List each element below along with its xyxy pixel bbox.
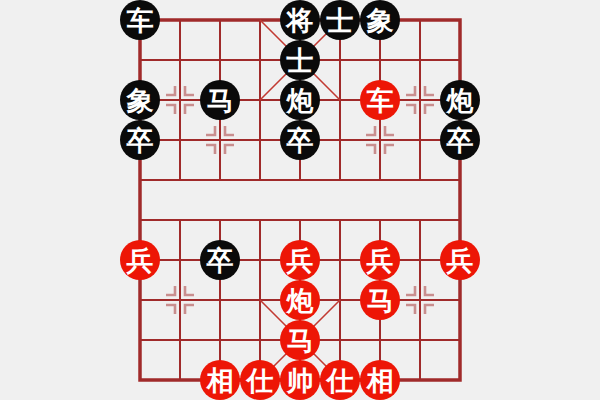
- black-advisor[interactable]: 士: [280, 40, 320, 80]
- red-cannon[interactable]: 炮: [280, 280, 320, 320]
- black-cannon[interactable]: 炮: [280, 80, 320, 120]
- red-soldier[interactable]: 兵: [280, 240, 320, 280]
- black-cannon[interactable]: 炮: [440, 80, 480, 120]
- red-advisor[interactable]: 仕: [320, 360, 360, 400]
- black-general[interactable]: 将: [280, 0, 320, 40]
- red-elephant[interactable]: 相: [200, 360, 240, 400]
- red-horse[interactable]: 马: [280, 320, 320, 360]
- black-advisor[interactable]: 士: [320, 0, 360, 40]
- black-soldier[interactable]: 卒: [120, 120, 160, 160]
- black-chariot[interactable]: 车: [120, 0, 160, 40]
- black-horse[interactable]: 马: [200, 80, 240, 120]
- black-soldier[interactable]: 卒: [440, 120, 480, 160]
- red-horse[interactable]: 马: [360, 280, 400, 320]
- red-soldier[interactable]: 兵: [440, 240, 480, 280]
- black-elephant[interactable]: 象: [360, 0, 400, 40]
- red-general[interactable]: 帅: [280, 360, 320, 400]
- xiangqi-board: 车将士象士象马炮车炮卒卒卒兵卒兵兵兵炮马马相仕帅仕相: [0, 0, 600, 400]
- black-elephant[interactable]: 象: [120, 80, 160, 120]
- red-chariot[interactable]: 车: [360, 80, 400, 120]
- red-soldier[interactable]: 兵: [120, 240, 160, 280]
- black-soldier[interactable]: 卒: [200, 240, 240, 280]
- red-elephant[interactable]: 相: [360, 360, 400, 400]
- red-soldier[interactable]: 兵: [360, 240, 400, 280]
- black-soldier[interactable]: 卒: [280, 120, 320, 160]
- red-advisor[interactable]: 仕: [240, 360, 280, 400]
